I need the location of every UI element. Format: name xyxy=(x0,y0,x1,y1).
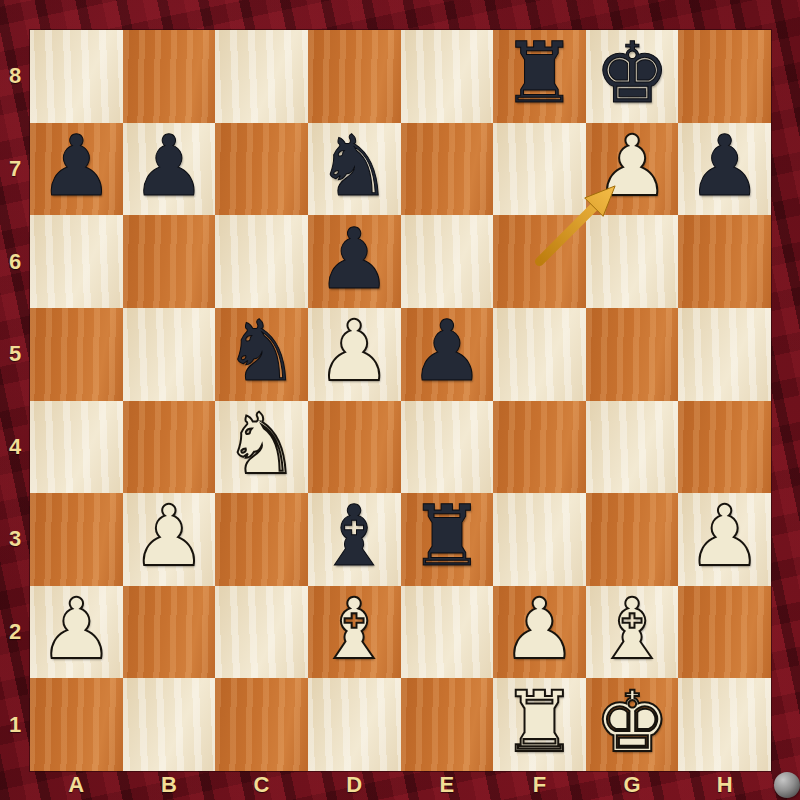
square-a3[interactable] xyxy=(30,493,123,586)
square-b6[interactable] xyxy=(123,215,216,308)
square-e5[interactable]: ♟ xyxy=(401,308,494,401)
square-b4[interactable] xyxy=(123,401,216,494)
square-c3[interactable] xyxy=(215,493,308,586)
square-c6[interactable] xyxy=(215,215,308,308)
piece-black-pawn-e5[interactable]: ♟ xyxy=(409,309,484,393)
square-d7[interactable]: ♞ xyxy=(308,123,401,216)
rank-label-3: 3 xyxy=(0,526,30,552)
square-c7[interactable] xyxy=(215,123,308,216)
square-c2[interactable] xyxy=(215,586,308,679)
piece-white-rook-f1[interactable]: ♜ xyxy=(502,680,577,764)
rank-label-4: 4 xyxy=(0,434,30,460)
piece-white-bishop-d2[interactable]: ♝ xyxy=(317,587,392,671)
file-label-a: A xyxy=(30,771,123,800)
square-d5[interactable]: ♟ xyxy=(308,308,401,401)
piece-black-pawn-b7[interactable]: ♟ xyxy=(131,124,206,208)
piece-white-pawn-b3[interactable]: ♟ xyxy=(131,494,206,578)
square-e8[interactable] xyxy=(401,30,494,123)
piece-black-king-g8[interactable]: ♚ xyxy=(594,31,669,115)
square-b2[interactable] xyxy=(123,586,216,679)
square-e1[interactable] xyxy=(401,678,494,771)
square-b3[interactable]: ♟ xyxy=(123,493,216,586)
square-f5[interactable] xyxy=(493,308,586,401)
square-d3[interactable]: ♝ xyxy=(308,493,401,586)
square-c4[interactable]: ♞ xyxy=(215,401,308,494)
square-g6[interactable] xyxy=(586,215,679,308)
square-h4[interactable] xyxy=(678,401,771,494)
square-a1[interactable] xyxy=(30,678,123,771)
piece-white-pawn-h3[interactable]: ♟ xyxy=(687,494,762,578)
square-e7[interactable] xyxy=(401,123,494,216)
rank-label-5: 5 xyxy=(0,341,30,367)
rank-label-2: 2 xyxy=(0,619,30,645)
file-label-d: D xyxy=(308,771,401,800)
square-f6[interactable] xyxy=(493,215,586,308)
square-c1[interactable] xyxy=(215,678,308,771)
square-a6[interactable] xyxy=(30,215,123,308)
square-f8[interactable]: ♜ xyxy=(493,30,586,123)
file-label-h: H xyxy=(678,771,771,800)
square-d8[interactable] xyxy=(308,30,401,123)
square-g4[interactable] xyxy=(586,401,679,494)
square-h2[interactable] xyxy=(678,586,771,679)
piece-white-knight-c4[interactable]: ♞ xyxy=(224,402,299,486)
square-g5[interactable] xyxy=(586,308,679,401)
board-frame: ♜♚♟♟♞♟♟♟♞♟♟♞♟♝♜♟♟♝♟♝♜♚ 87654321 ABCDEFGH xyxy=(0,0,800,800)
file-label-g: G xyxy=(586,771,679,800)
square-h7[interactable]: ♟ xyxy=(678,123,771,216)
square-g1[interactable]: ♚ xyxy=(586,678,679,771)
rank-label-8: 8 xyxy=(0,63,30,89)
square-f2[interactable]: ♟ xyxy=(493,586,586,679)
piece-black-pawn-h7[interactable]: ♟ xyxy=(687,124,762,208)
square-h6[interactable] xyxy=(678,215,771,308)
square-f3[interactable] xyxy=(493,493,586,586)
piece-white-king-g1[interactable]: ♚ xyxy=(594,680,669,764)
square-f7[interactable] xyxy=(493,123,586,216)
square-f1[interactable]: ♜ xyxy=(493,678,586,771)
gray-sphere-icon xyxy=(774,772,800,798)
piece-black-knight-c5[interactable]: ♞ xyxy=(224,309,299,393)
file-label-b: B xyxy=(123,771,216,800)
piece-white-pawn-f2[interactable]: ♟ xyxy=(502,587,577,671)
square-a2[interactable]: ♟ xyxy=(30,586,123,679)
rank-label-7: 7 xyxy=(0,156,30,182)
square-f4[interactable] xyxy=(493,401,586,494)
file-label-e: E xyxy=(401,771,494,800)
square-e2[interactable] xyxy=(401,586,494,679)
square-h5[interactable] xyxy=(678,308,771,401)
piece-white-bishop-g2[interactable]: ♝ xyxy=(594,587,669,671)
square-h8[interactable] xyxy=(678,30,771,123)
piece-white-pawn-d5[interactable]: ♟ xyxy=(317,309,392,393)
square-a8[interactable] xyxy=(30,30,123,123)
square-g2[interactable]: ♝ xyxy=(586,586,679,679)
piece-black-rook-e3[interactable]: ♜ xyxy=(409,494,484,578)
square-a7[interactable]: ♟ xyxy=(30,123,123,216)
square-b1[interactable] xyxy=(123,678,216,771)
square-d1[interactable] xyxy=(308,678,401,771)
square-b7[interactable]: ♟ xyxy=(123,123,216,216)
square-d4[interactable] xyxy=(308,401,401,494)
file-label-f: F xyxy=(493,771,586,800)
square-c8[interactable] xyxy=(215,30,308,123)
square-e6[interactable] xyxy=(401,215,494,308)
square-d2[interactable]: ♝ xyxy=(308,586,401,679)
rank-label-1: 1 xyxy=(0,712,30,738)
square-g3[interactable] xyxy=(586,493,679,586)
square-b8[interactable] xyxy=(123,30,216,123)
square-b5[interactable] xyxy=(123,308,216,401)
piece-white-pawn-g7[interactable]: ♟ xyxy=(594,124,669,208)
square-e3[interactable]: ♜ xyxy=(401,493,494,586)
square-c5[interactable]: ♞ xyxy=(215,308,308,401)
chess-board: ♜♚♟♟♞♟♟♟♞♟♟♞♟♝♜♟♟♝♟♝♜♚ xyxy=(30,30,771,771)
piece-white-pawn-a2[interactable]: ♟ xyxy=(39,587,114,671)
square-e4[interactable] xyxy=(401,401,494,494)
square-g7[interactable]: ♟ xyxy=(586,123,679,216)
square-h1[interactable] xyxy=(678,678,771,771)
rank-label-6: 6 xyxy=(0,249,30,275)
square-a4[interactable] xyxy=(30,401,123,494)
piece-black-pawn-d6[interactable]: ♟ xyxy=(317,217,392,301)
file-label-c: C xyxy=(215,771,308,800)
square-h3[interactable]: ♟ xyxy=(678,493,771,586)
square-d6[interactable]: ♟ xyxy=(308,215,401,308)
piece-black-pawn-a7[interactable]: ♟ xyxy=(39,124,114,208)
piece-black-rook-f8[interactable]: ♜ xyxy=(502,31,577,115)
piece-black-knight-d7[interactable]: ♞ xyxy=(317,124,392,208)
square-g8[interactable]: ♚ xyxy=(586,30,679,123)
square-a5[interactable] xyxy=(30,308,123,401)
piece-black-bishop-d3[interactable]: ♝ xyxy=(317,494,392,578)
